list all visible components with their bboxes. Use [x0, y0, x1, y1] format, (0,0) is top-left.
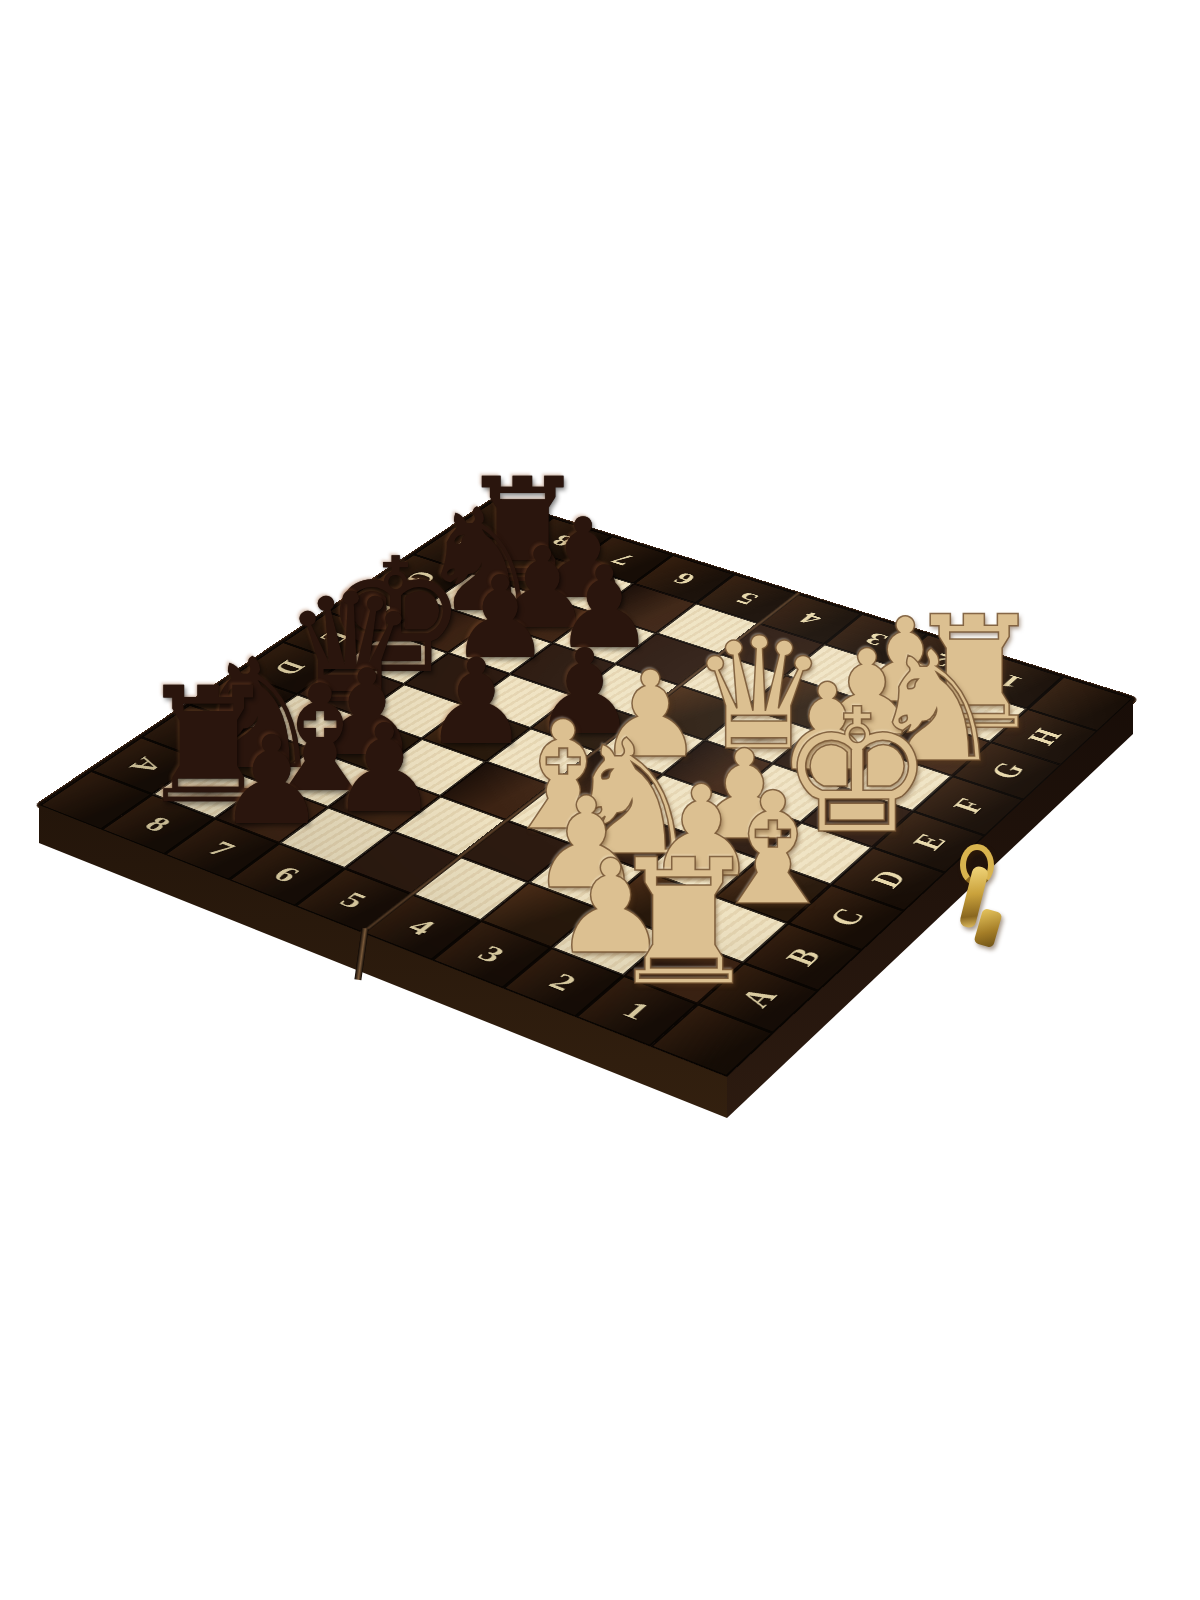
- piece-white-r-a1[interactable]: ♜: [597, 837, 770, 1010]
- piece-black-p-a7[interactable]: ♟: [210, 720, 332, 842]
- chess-set-photo: HGFEDCBA8877665544332211HGFEDCBA ♜♞♛♚♞♜♟…: [0, 0, 1200, 1600]
- pieces-layer: ♜♞♛♚♞♜♟♝♟♟♟♟♟♟♟♟♟♝♟♞♛♟♟♟♟♟♟♜♝♚♞♜: [0, 0, 1200, 1600]
- piece-black-p-b6[interactable]: ♟: [323, 709, 445, 831]
